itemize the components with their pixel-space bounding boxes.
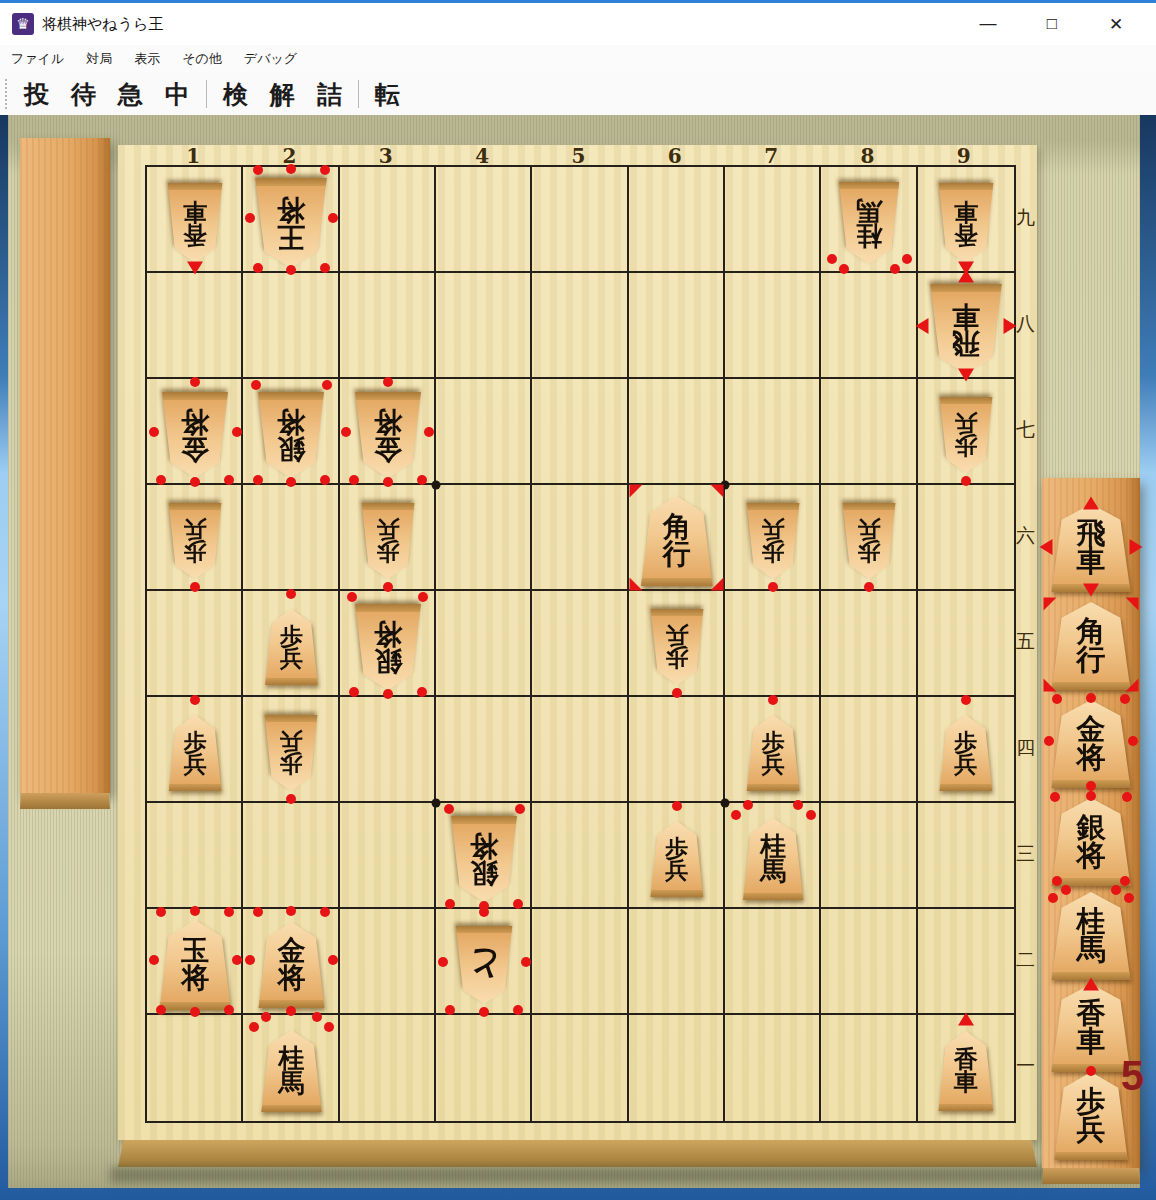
file-label-6: 6 (627, 145, 723, 165)
player-piece-stand: 飛車角行金将銀将桂馬香車歩兵5 (1042, 478, 1140, 1168)
shogi-piece-gold[interactable]: 金将 (256, 922, 326, 1008)
rank-labels: 九八七六五四三二一 (1014, 165, 1037, 1119)
rank-label-四: 四 (1014, 695, 1037, 801)
effect-dot (961, 695, 971, 705)
piece-base (1052, 1152, 1130, 1160)
occupied-square-6六: 角行 (629, 485, 725, 591)
toolbar-separator (358, 80, 359, 108)
board-front-bevel (118, 1140, 1037, 1167)
effect-dot (768, 695, 778, 705)
menu-item-1[interactable]: 対局 (75, 50, 123, 68)
effect-dot (286, 477, 296, 487)
piece-kanji: 歩兵 (762, 731, 785, 775)
file-labels: 123456789 (145, 145, 1012, 165)
effect-dot (286, 589, 296, 599)
occupied-square-2二: 金将 (243, 909, 339, 1015)
piece-kanji: 香車 (183, 200, 207, 246)
occupied-square-7四: 歩兵 (725, 697, 821, 803)
occupied-square-1九: 香車 (147, 167, 243, 273)
piece-base (639, 578, 715, 586)
effect-dot (224, 907, 234, 917)
shogi-piece-pawn[interactable]: 歩兵 (745, 503, 801, 579)
occupied-square-2四: 歩兵 (243, 697, 339, 803)
occupied-square-8九: 桂馬 (821, 167, 917, 273)
shogi-piece-pawn[interactable]: 歩兵 (938, 397, 994, 473)
piece-kanji: 銀将 (1077, 814, 1106, 869)
maximize-button[interactable]: □ (1020, 14, 1084, 34)
piece-base (259, 1105, 323, 1112)
occupied-square-7三: 桂馬 (725, 803, 821, 909)
occupied-square-1七: 金将 (147, 379, 243, 485)
shogi-piece-pawn[interactable]: 歩兵 (745, 715, 801, 791)
toolbar-button-解[interactable]: 解 (259, 78, 306, 111)
effect-dot (827, 254, 837, 264)
piece-base (167, 784, 223, 791)
star-point (721, 481, 730, 490)
shogi-piece-pawn[interactable]: 歩兵 (167, 715, 223, 791)
piece-base (263, 715, 319, 722)
shogi-piece-pawn[interactable]: 歩兵 (263, 609, 319, 685)
piece-base (745, 503, 801, 510)
toolbar-button-転[interactable]: 転 (364, 78, 411, 111)
effect-dot (793, 800, 803, 810)
occupied-square-3五: 銀将 (340, 591, 436, 697)
effect-arrow-s (187, 261, 203, 274)
board-grid: 香車王将桂馬香車飛車金将銀将金将歩兵歩兵歩兵角行歩兵歩兵歩兵銀将歩兵歩兵歩兵歩兵… (145, 165, 1016, 1123)
toolbar-gripper[interactable] (5, 79, 7, 109)
occupied-square-3六: 歩兵 (340, 485, 436, 591)
shogi-piece-pawn[interactable]: 歩兵 (360, 503, 416, 579)
piece-kanji: 歩兵 (762, 519, 785, 563)
file-label-2: 2 (241, 145, 337, 165)
effect-dot (383, 582, 393, 592)
piece-kanji: 歩兵 (1077, 1088, 1106, 1143)
effect-arrow-n (958, 270, 974, 283)
hand-slot-silver: 銀将 (1042, 794, 1140, 888)
hand-slot-rook: 飛車 (1042, 500, 1140, 594)
piece-kanji: 歩兵 (665, 837, 688, 881)
occupied-square-2九: 王将 (243, 167, 339, 273)
toolbar-separator (206, 80, 207, 108)
piece-base (841, 503, 897, 510)
piece-kanji: 歩兵 (954, 413, 977, 457)
piece-base (449, 816, 519, 824)
effect-dot (479, 1007, 489, 1017)
menu-item-3[interactable]: その他 (171, 50, 233, 68)
piece-base (256, 1000, 326, 1008)
occupied-square-2七: 銀将 (243, 379, 339, 485)
shogi-piece-lance[interactable]: 香車 (937, 1031, 995, 1111)
piece-base (937, 1104, 995, 1111)
effect-dot (253, 907, 263, 917)
piece-kanji: 金将 (1077, 716, 1106, 771)
toolbar: 投待急中検解詰転 (0, 73, 1156, 116)
shogi-piece-silver[interactable]: 銀将 (353, 604, 423, 690)
piece-kanji: 王将 (277, 196, 305, 249)
shogi-piece-knight[interactable]: 桂馬 (741, 818, 805, 900)
piece-base (360, 503, 416, 510)
occupied-square-3七: 金将 (340, 379, 436, 485)
file-label-1: 1 (145, 145, 241, 165)
piece-base (938, 784, 994, 791)
shogi-piece-pawn[interactable]: 歩兵 (263, 715, 319, 791)
effect-dot (864, 582, 874, 592)
toolbar-button-中[interactable]: 中 (154, 78, 201, 111)
occupied-square-4二: と (436, 909, 532, 1015)
occupied-square-9一: 香車 (918, 1015, 1014, 1121)
shogi-piece-rook[interactable]: 飛車 (928, 284, 1004, 374)
effect-dot (515, 804, 525, 814)
piece-kanji: 角行 (1077, 618, 1106, 673)
effect-dot (731, 810, 741, 820)
effect-dot (347, 592, 357, 602)
effect-dot (513, 1005, 523, 1015)
hand-slot-bishop: 角行 (1042, 598, 1140, 692)
file-label-8: 8 (819, 145, 915, 165)
shogi-piece-lance[interactable]: 香車 (937, 183, 995, 263)
opponent-piece-stand (20, 138, 110, 793)
star-point (432, 799, 441, 808)
piece-kanji: 飛車 (952, 302, 980, 355)
effect-dot (383, 689, 393, 699)
effect-dot (328, 213, 338, 223)
effect-dot (479, 907, 489, 917)
piece-kanji: 歩兵 (954, 731, 977, 775)
shogi-piece-silver[interactable]: 銀将 (449, 816, 519, 902)
piece-kanji: 歩兵 (665, 625, 688, 669)
piece-kanji: 銀将 (470, 832, 498, 885)
file-label-5: 5 (530, 145, 626, 165)
occupied-square-4三: 銀将 (436, 803, 532, 909)
occupied-square-2一: 桂馬 (243, 1015, 339, 1121)
effect-dot (961, 476, 971, 486)
shogi-piece-bishop[interactable]: 角行 (639, 496, 715, 586)
occupied-square-7六: 歩兵 (725, 485, 821, 591)
piece-kanji: 香車 (954, 200, 978, 246)
effect-dot (424, 427, 434, 437)
window-title: 将棋神やねうら王 (42, 15, 163, 34)
star-point (432, 481, 441, 490)
shogi-piece-tokin[interactable]: と (454, 926, 514, 1004)
effect-dot (743, 800, 753, 810)
rank-label-七: 七 (1014, 377, 1037, 483)
piece-kanji: 角行 (663, 514, 691, 567)
effect-dot (149, 427, 159, 437)
effect-dot (249, 1022, 259, 1032)
shogi-piece-silver[interactable]: 銀将 (1049, 798, 1133, 886)
piece-base (167, 503, 223, 510)
occupied-square-6三: 歩兵 (629, 803, 725, 909)
piece-base (649, 609, 705, 616)
effect-dot (328, 955, 338, 965)
file-label-4: 4 (434, 145, 530, 165)
effect-dot (245, 955, 255, 965)
piece-kanji: 金将 (374, 408, 402, 461)
piece-kanji: 歩兵 (376, 519, 399, 563)
occupied-square-9九: 香車 (918, 167, 1014, 273)
effect-dot (156, 907, 166, 917)
effect-dot (320, 165, 330, 175)
effect-arrow-e (1004, 318, 1017, 334)
piece-kanji: 桂馬 (760, 834, 786, 883)
piece-base (454, 926, 514, 933)
effect-arrow-w (915, 318, 928, 334)
piece-kanji: 桂馬 (856, 198, 882, 247)
toolbar-button-急[interactable]: 急 (107, 78, 154, 111)
piece-kanji: 桂馬 (278, 1046, 304, 1095)
piece-kanji: 歩兵 (184, 731, 207, 775)
rank-label-三: 三 (1014, 801, 1037, 907)
piece-base (928, 284, 1004, 292)
piece-base (253, 178, 329, 186)
piece-kanji: 歩兵 (858, 519, 881, 563)
shogi-piece-knight[interactable]: 桂馬 (837, 182, 901, 264)
occupied-square-1二: 玉将 (147, 909, 243, 1015)
rank-label-一: 一 (1014, 1013, 1037, 1119)
effect-dot (261, 1012, 271, 1022)
shogi-piece-pawn[interactable]: 歩兵 (1052, 1072, 1130, 1160)
piece-base (1049, 682, 1133, 690)
toolbar-button-投[interactable]: 投 (13, 78, 60, 111)
piece-kanji: 桂馬 (1077, 908, 1106, 963)
effect-dot (324, 1022, 334, 1032)
shogi-piece-lance[interactable]: 香車 (166, 183, 224, 263)
piece-base (1049, 780, 1133, 788)
effect-dot (190, 477, 200, 487)
toolbar-button-詰[interactable]: 詰 (306, 78, 353, 111)
shogi-piece-rook[interactable]: 飛車 (1049, 504, 1133, 592)
effect-arrow-s (958, 261, 974, 274)
piece-kanji: と (467, 949, 502, 981)
effect-dot (286, 164, 296, 174)
effect-dot (190, 582, 200, 592)
shogi-piece-pawn[interactable]: 歩兵 (841, 503, 897, 579)
shogi-piece-gold[interactable]: 金将 (1049, 700, 1133, 788)
shogi-piece-silver[interactable]: 銀将 (256, 392, 326, 478)
star-point (721, 799, 730, 808)
file-label-7: 7 (723, 145, 819, 165)
occupied-square-1六: 歩兵 (147, 485, 243, 591)
effect-dot (444, 804, 454, 814)
shogi-piece-knight[interactable]: 桂馬 (259, 1030, 323, 1112)
effect-dot (438, 957, 448, 967)
rank-label-九: 九 (1014, 165, 1037, 271)
piece-base (160, 392, 230, 400)
board-shadow (110, 1167, 1050, 1183)
occupied-square-9四: 歩兵 (918, 697, 1014, 803)
rank-label-六: 六 (1014, 483, 1037, 589)
rank-label-二: 二 (1014, 907, 1037, 1013)
piece-base (256, 392, 326, 400)
piece-kanji: 銀将 (277, 408, 305, 461)
piece-layer: 香車王将桂馬香車飛車金将銀将金将歩兵歩兵歩兵角行歩兵歩兵歩兵銀将歩兵歩兵歩兵歩兵… (147, 167, 1014, 1121)
shogi-piece-pawn[interactable]: 歩兵 (649, 609, 705, 685)
hand-slot-knight: 桂馬 (1042, 888, 1140, 982)
file-label-3: 3 (338, 145, 434, 165)
piece-kanji: 金将 (277, 938, 305, 991)
piece-kanji: 歩兵 (280, 731, 303, 775)
effect-dot (890, 264, 900, 274)
piece-base (937, 183, 995, 190)
piece-kanji: 玉将 (181, 938, 209, 991)
menu-item-2[interactable]: 表示 (123, 50, 171, 68)
effect-dot (232, 427, 242, 437)
piece-base (741, 893, 805, 900)
shogi-piece-knight[interactable]: 桂馬 (1049, 892, 1133, 980)
shogi-piece-gold[interactable]: 金将 (160, 392, 230, 478)
piece-kanji: 歩兵 (280, 625, 303, 669)
piece-base (157, 1002, 233, 1010)
occupied-square-1四: 歩兵 (147, 697, 243, 803)
effect-dot (286, 794, 296, 804)
shogi-piece-king[interactable]: 玉将 (157, 920, 233, 1010)
piece-kanji: 金将 (181, 408, 209, 461)
effect-dot (320, 907, 330, 917)
effect-dot (190, 695, 200, 705)
hand-slot-gold: 金将 (1042, 696, 1140, 790)
menu-item-0[interactable]: ファイル (0, 50, 75, 68)
effect-dot (341, 427, 351, 437)
shogi-piece-lance[interactable]: 香車 (1049, 984, 1133, 1072)
effect-dot (418, 592, 428, 602)
close-button[interactable]: ✕ (1084, 14, 1148, 35)
effect-dot (902, 254, 912, 264)
effect-dot (806, 810, 816, 820)
effect-dot (383, 477, 393, 487)
effect-dot (286, 906, 296, 916)
play-area: 123456789 九八七六五四三二一 香車王将桂馬香車飛車金将銀将金将歩兵歩兵… (0, 115, 1156, 1200)
effect-dot (768, 582, 778, 592)
effect-dot (479, 901, 489, 911)
piece-base (1049, 1064, 1133, 1072)
effect-dot (839, 264, 849, 274)
app-window: ♛ 将棋神やねうら王 — □ ✕ ファイル対局表示その他デバッグ 投待急中検解詰… (0, 0, 1156, 1200)
hand-slot-lance: 香車 (1042, 980, 1140, 1074)
effect-dot (383, 377, 393, 387)
shogi-piece-bishop[interactable]: 角行 (1049, 602, 1133, 690)
effect-dot (322, 380, 332, 390)
shogi-piece-pawn[interactable]: 歩兵 (167, 503, 223, 579)
menu-bar: ファイル対局表示その他デバッグ (0, 45, 1156, 73)
effect-arrow-n (958, 1013, 974, 1026)
effect-dot (445, 1005, 455, 1015)
effect-dot (251, 380, 261, 390)
piece-kanji: 銀将 (374, 620, 402, 673)
toolbar-button-検[interactable]: 検 (212, 78, 259, 111)
piece-base (1049, 878, 1133, 886)
effect-dot (190, 906, 200, 916)
rank-label-八: 八 (1014, 271, 1037, 377)
rank-label-五: 五 (1014, 589, 1037, 695)
occupied-square-9八: 飛車 (918, 273, 1014, 379)
app-icon: ♛ (12, 13, 34, 35)
piece-base (263, 678, 319, 685)
piece-base (353, 392, 423, 400)
piece-base (837, 182, 901, 189)
file-label-9: 9 (916, 145, 1012, 165)
piece-base (745, 784, 801, 791)
shogi-piece-pawn[interactable]: 歩兵 (938, 715, 994, 791)
piece-kanji: 香車 (954, 1048, 978, 1094)
occupied-square-8六: 歩兵 (821, 485, 917, 591)
shogi-piece-gold[interactable]: 金将 (353, 392, 423, 478)
piece-kanji: 飛車 (1077, 520, 1106, 575)
shogi-piece-pawn[interactable]: 歩兵 (649, 821, 705, 897)
effect-dot (312, 1012, 322, 1022)
hand-slot-pawn: 歩兵5 (1042, 1068, 1140, 1162)
occupied-square-6五: 歩兵 (629, 591, 725, 697)
toolbar-button-待[interactable]: 待 (60, 78, 107, 111)
piece-kanji: 歩兵 (184, 519, 207, 563)
occupied-square-2五: 歩兵 (243, 591, 339, 697)
shogi-board: 123456789 九八七六五四三二一 香車王将桂馬香車飛車金将銀将金将歩兵歩兵… (118, 145, 1037, 1140)
menu-item-4[interactable]: デバッグ (233, 50, 308, 68)
piece-base (1049, 584, 1133, 592)
effect-dot (672, 801, 682, 811)
minimize-button[interactable]: — (956, 14, 1020, 34)
window-buttons: — □ ✕ (956, 3, 1148, 45)
effect-dot (672, 688, 682, 698)
shogi-piece-king[interactable]: 王将 (253, 178, 329, 268)
piece-base (938, 397, 994, 404)
effect-dot (190, 377, 200, 387)
piece-base (1049, 972, 1133, 980)
title-bar[interactable]: ♛ 将棋神やねうら王 — □ ✕ (0, 3, 1156, 45)
effect-dot (521, 957, 531, 967)
piece-base (166, 183, 224, 190)
piece-base (649, 890, 705, 897)
occupied-square-9七: 歩兵 (918, 379, 1014, 485)
piece-base (353, 604, 423, 612)
piece-kanji: 香車 (1077, 1000, 1106, 1055)
effect-dot (253, 165, 263, 175)
